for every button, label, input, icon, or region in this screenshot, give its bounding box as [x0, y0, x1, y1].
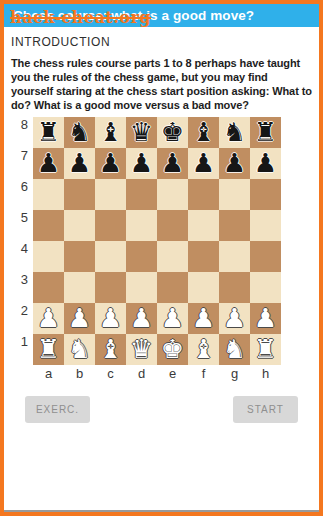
file-label-h: h — [250, 365, 281, 383]
piece-white-pawn: ♟ — [68, 303, 91, 334]
square-c8: ♝ — [95, 117, 126, 148]
piece-white-pawn: ♟ — [161, 303, 184, 334]
square-h8: ♜ — [250, 117, 281, 148]
rank-label-3: 3 — [11, 272, 33, 303]
square-e3 — [157, 272, 188, 303]
piece-white-pawn: ♟ — [254, 303, 277, 334]
square-c3 — [95, 272, 126, 303]
file-label-g: g — [219, 365, 250, 383]
square-d1: ♛ — [126, 334, 157, 365]
square-b4 — [64, 241, 95, 272]
square-f4 — [188, 241, 219, 272]
piece-black-pawn: ♟ — [68, 148, 91, 179]
rank-labels: 87654321 — [11, 117, 33, 365]
square-b5 — [64, 210, 95, 241]
square-g5 — [219, 210, 250, 241]
main-content: INTRODUCTION The chess rules course part… — [4, 35, 319, 423]
square-d8: ♛ — [126, 117, 157, 148]
piece-black-pawn: ♟ — [130, 148, 153, 179]
rank-label-4: 4 — [11, 241, 33, 272]
square-f5 — [188, 210, 219, 241]
square-a6 — [33, 179, 64, 210]
square-b2: ♟ — [64, 303, 95, 334]
square-b6 — [64, 179, 95, 210]
exercise-button[interactable]: EXERC. — [25, 396, 90, 423]
square-e5 — [157, 210, 188, 241]
start-button[interactable]: START — [233, 396, 298, 423]
square-h1: ♜ — [250, 334, 281, 365]
piece-white-pawn: ♟ — [37, 303, 60, 334]
piece-white-pawn: ♟ — [223, 303, 246, 334]
square-a8: ♜ — [33, 117, 64, 148]
piece-black-pawn: ♟ — [161, 148, 184, 179]
square-c2: ♟ — [95, 303, 126, 334]
piece-black-knight: ♞ — [68, 117, 91, 148]
square-g3 — [219, 272, 250, 303]
square-g8: ♞ — [219, 117, 250, 148]
rank-label-6: 6 — [11, 179, 33, 210]
square-d7: ♟ — [126, 148, 157, 179]
square-c6 — [95, 179, 126, 210]
square-a3 — [33, 272, 64, 303]
square-f1: ♝ — [188, 334, 219, 365]
square-c7: ♟ — [95, 148, 126, 179]
square-b3 — [64, 272, 95, 303]
square-a4 — [33, 241, 64, 272]
rank-label-8: 8 — [11, 117, 33, 148]
piece-black-pawn: ♟ — [192, 148, 215, 179]
square-c5 — [95, 210, 126, 241]
square-a2: ♟ — [33, 303, 64, 334]
square-h5 — [250, 210, 281, 241]
chess-board: ♜♞♝♛♚♝♞♜♟♟♟♟♟♟♟♟♟♟♟♟♟♟♟♟♜♞♝♛♚♝♞♜ — [33, 117, 281, 365]
square-d3 — [126, 272, 157, 303]
piece-black-bishop: ♝ — [192, 117, 215, 148]
piece-white-king: ♚ — [161, 334, 184, 365]
piece-white-pawn: ♟ — [130, 303, 153, 334]
rank-label-1: 1 — [11, 334, 33, 365]
piece-black-queen: ♛ — [130, 117, 153, 148]
file-label-b: b — [64, 365, 95, 383]
square-e2: ♟ — [157, 303, 188, 334]
piece-white-knight: ♞ — [223, 334, 246, 365]
file-labels: abcdefgh — [33, 365, 281, 383]
square-f7: ♟ — [188, 148, 219, 179]
square-h3 — [250, 272, 281, 303]
square-h7: ♟ — [250, 148, 281, 179]
piece-black-bishop: ♝ — [99, 117, 122, 148]
square-f8: ♝ — [188, 117, 219, 148]
piece-black-rook: ♜ — [37, 117, 60, 148]
button-row: EXERC. START — [11, 396, 312, 423]
square-d2: ♟ — [126, 303, 157, 334]
square-a5 — [33, 210, 64, 241]
piece-black-pawn: ♟ — [37, 148, 60, 179]
piece-white-rook: ♜ — [254, 334, 277, 365]
square-d6 — [126, 179, 157, 210]
square-g4 — [219, 241, 250, 272]
square-e8: ♚ — [157, 117, 188, 148]
square-b8: ♞ — [64, 117, 95, 148]
square-f2: ♟ — [188, 303, 219, 334]
square-g1: ♞ — [219, 334, 250, 365]
piece-white-rook: ♜ — [37, 334, 60, 365]
square-f3 — [188, 272, 219, 303]
piece-black-pawn: ♟ — [99, 148, 122, 179]
piece-white-bishop: ♝ — [192, 334, 215, 365]
rank-label-2: 2 — [11, 303, 33, 334]
section-heading: INTRODUCTION — [11, 35, 312, 49]
square-b1: ♞ — [64, 334, 95, 365]
square-e4 — [157, 241, 188, 272]
piece-white-knight: ♞ — [68, 334, 91, 365]
square-b7: ♟ — [64, 148, 95, 179]
piece-black-rook: ♜ — [254, 117, 277, 148]
file-label-a: a — [33, 365, 64, 383]
intro-paragraph: The chess rules course parts 1 to 8 perh… — [11, 56, 312, 112]
chess-board-area: 87654321 ♜♞♝♛♚♝♞♜♟♟♟♟♟♟♟♟♟♟♟♟♟♟♟♟♜♞♝♛♚♝♞… — [11, 117, 312, 383]
screenshot-frame: Chess course: what is a good move? hack-… — [0, 0, 323, 516]
piece-black-pawn: ♟ — [254, 148, 277, 179]
square-h4 — [250, 241, 281, 272]
square-e7: ♟ — [157, 148, 188, 179]
watermark-text: hack-cheat.org — [10, 8, 151, 27]
piece-white-bishop: ♝ — [99, 334, 122, 365]
file-label-c: c — [95, 365, 126, 383]
square-h2: ♟ — [250, 303, 281, 334]
square-e6 — [157, 179, 188, 210]
bottom-divider — [4, 510, 319, 512]
piece-black-knight: ♞ — [223, 117, 246, 148]
square-g7: ♟ — [219, 148, 250, 179]
rank-label-7: 7 — [11, 148, 33, 179]
piece-black-king: ♚ — [161, 117, 184, 148]
square-g2: ♟ — [219, 303, 250, 334]
square-a1: ♜ — [33, 334, 64, 365]
square-c1: ♝ — [95, 334, 126, 365]
piece-white-pawn: ♟ — [192, 303, 215, 334]
square-f6 — [188, 179, 219, 210]
square-h6 — [250, 179, 281, 210]
piece-white-queen: ♛ — [130, 334, 153, 365]
square-d5 — [126, 210, 157, 241]
file-label-f: f — [188, 365, 219, 383]
piece-black-pawn: ♟ — [223, 148, 246, 179]
square-d4 — [126, 241, 157, 272]
square-a7: ♟ — [33, 148, 64, 179]
piece-white-pawn: ♟ — [99, 303, 122, 334]
square-g6 — [219, 179, 250, 210]
square-e1: ♚ — [157, 334, 188, 365]
file-label-d: d — [126, 365, 157, 383]
file-label-e: e — [157, 365, 188, 383]
rank-label-5: 5 — [11, 210, 33, 241]
square-c4 — [95, 241, 126, 272]
